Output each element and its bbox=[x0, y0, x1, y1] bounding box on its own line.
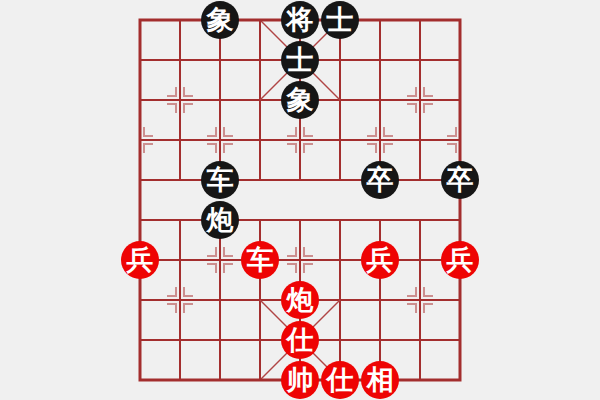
position-marker bbox=[304, 247, 313, 256]
piece-red-elephant[interactable]: 相 bbox=[361, 361, 399, 399]
position-marker bbox=[407, 104, 416, 113]
position-marker bbox=[207, 144, 216, 153]
piece-red-general[interactable]: 帅 bbox=[281, 361, 319, 399]
position-marker bbox=[184, 287, 193, 296]
position-marker bbox=[367, 144, 376, 153]
position-marker bbox=[167, 104, 176, 113]
position-marker bbox=[224, 127, 233, 136]
position-marker bbox=[367, 127, 376, 136]
position-marker bbox=[207, 247, 216, 256]
piece-black-chariot[interactable]: 车 bbox=[201, 161, 239, 199]
piece-red-cannon[interactable]: 炮 bbox=[281, 281, 319, 319]
position-marker bbox=[447, 127, 456, 136]
piece-red-soldier[interactable]: 兵 bbox=[121, 241, 159, 279]
position-marker bbox=[184, 104, 193, 113]
position-marker bbox=[144, 144, 153, 153]
piece-black-cannon[interactable]: 炮 bbox=[201, 201, 239, 239]
position-marker bbox=[304, 264, 313, 273]
piece-black-general[interactable]: 将 bbox=[281, 1, 319, 39]
position-marker bbox=[184, 304, 193, 313]
position-marker bbox=[424, 287, 433, 296]
position-marker bbox=[304, 127, 313, 136]
position-marker bbox=[224, 264, 233, 273]
piece-black-elephant[interactable]: 象 bbox=[201, 1, 239, 39]
position-marker bbox=[167, 87, 176, 96]
position-marker bbox=[207, 264, 216, 273]
piece-black-soldier[interactable]: 卒 bbox=[441, 161, 479, 199]
position-marker bbox=[407, 304, 416, 313]
piece-black-advisor[interactable]: 士 bbox=[321, 1, 359, 39]
position-marker bbox=[287, 144, 296, 153]
position-marker bbox=[167, 287, 176, 296]
position-marker bbox=[144, 127, 153, 136]
position-marker bbox=[184, 87, 193, 96]
piece-red-advisor[interactable]: 仕 bbox=[321, 361, 359, 399]
piece-black-advisor[interactable]: 士 bbox=[281, 41, 319, 79]
position-marker bbox=[287, 247, 296, 256]
position-marker bbox=[424, 304, 433, 313]
position-marker bbox=[304, 144, 313, 153]
piece-red-advisor[interactable]: 仕 bbox=[281, 321, 319, 359]
position-marker bbox=[384, 127, 393, 136]
position-marker bbox=[287, 127, 296, 136]
xiangqi-board[interactable]: 象将士士象车卒卒炮兵车兵兵炮仕帅仕相 bbox=[0, 0, 600, 400]
piece-red-soldier[interactable]: 兵 bbox=[361, 241, 399, 279]
piece-black-elephant[interactable]: 象 bbox=[281, 81, 319, 119]
position-marker bbox=[167, 304, 176, 313]
position-marker bbox=[424, 87, 433, 96]
position-marker bbox=[384, 144, 393, 153]
position-marker bbox=[407, 87, 416, 96]
position-marker bbox=[447, 144, 456, 153]
position-marker bbox=[407, 287, 416, 296]
position-marker bbox=[424, 104, 433, 113]
piece-black-soldier[interactable]: 卒 bbox=[361, 161, 399, 199]
position-marker bbox=[207, 127, 216, 136]
position-marker bbox=[224, 144, 233, 153]
piece-red-chariot[interactable]: 车 bbox=[241, 241, 279, 279]
piece-red-soldier[interactable]: 兵 bbox=[441, 241, 479, 279]
position-marker bbox=[287, 264, 296, 273]
position-marker bbox=[224, 247, 233, 256]
